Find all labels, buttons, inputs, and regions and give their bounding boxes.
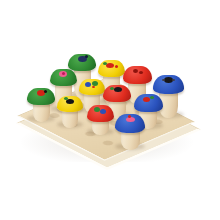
blue-cap xyxy=(115,114,145,133)
bug-mark xyxy=(110,87,114,90)
bug-mark xyxy=(100,109,106,114)
mushroom-c2-yellow-black-beetle-leaf[interactable] xyxy=(57,96,83,132)
mushroom-c1-green-ladybug[interactable] xyxy=(27,88,55,126)
mushroom-c3-red-green-blue-spots[interactable] xyxy=(87,105,114,139)
bug-mark xyxy=(106,63,114,68)
bug-mark xyxy=(150,96,154,99)
bug-mark xyxy=(143,97,150,102)
mushroom-c4-blue-pink-flower[interactable] xyxy=(115,114,145,154)
yellow-cap xyxy=(98,60,125,77)
bug-mark xyxy=(85,55,88,58)
green-cap xyxy=(27,88,55,105)
bug-mark xyxy=(172,79,175,81)
bug-mark xyxy=(92,86,95,88)
yellow-cap xyxy=(79,79,105,95)
blue-cap xyxy=(153,75,184,94)
red-cap xyxy=(123,66,152,84)
blue-cap xyxy=(134,94,163,112)
bug-mark xyxy=(62,72,65,75)
bug-mark xyxy=(66,99,74,104)
bug-mark xyxy=(139,71,143,74)
bug-mark xyxy=(162,79,165,81)
red-cap xyxy=(103,85,131,102)
bug-mark xyxy=(64,97,68,100)
red-cap xyxy=(87,105,114,122)
bug-mark xyxy=(133,69,138,73)
yellow-cap xyxy=(57,96,83,112)
bug-mark xyxy=(103,62,107,65)
toy-scene xyxy=(0,0,220,220)
bug-mark xyxy=(115,65,118,68)
green-cap xyxy=(50,69,77,86)
bug-mark xyxy=(114,87,122,92)
bug-mark xyxy=(44,90,47,93)
bug-mark xyxy=(85,82,91,87)
bug-mark xyxy=(128,115,131,118)
